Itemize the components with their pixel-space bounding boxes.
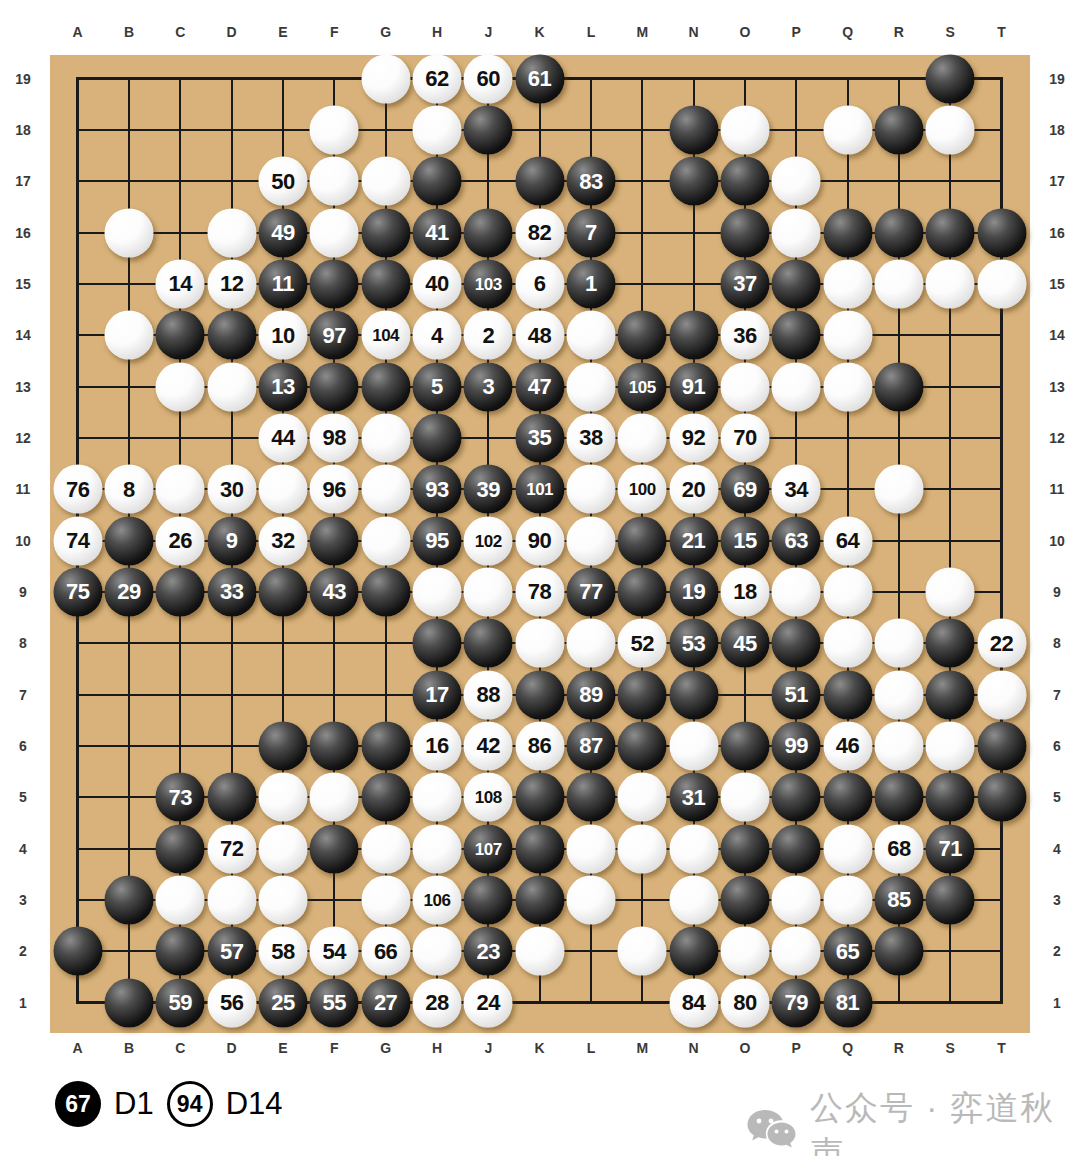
intersection-O12: 70 [719,412,770,463]
intersection-D3 [206,874,257,925]
stone-black-57: 57 [207,927,256,976]
intersection-L18 [565,104,616,155]
intersection-F2: 54 [309,926,360,977]
col-label-E: E [257,24,308,40]
intersection-F19 [309,53,360,104]
intersection-A18 [52,104,103,155]
intersection-B4 [103,823,154,874]
intersection-K6: 86 [514,720,565,771]
intersection-E19 [257,53,308,104]
intersection-J2: 23 [463,926,514,977]
stone-white-106: 106 [412,875,461,924]
intersection-T14 [976,310,1027,361]
stone-black-45: 45 [720,619,769,668]
stone-white [361,413,410,462]
intersection-O4 [719,823,770,874]
intersection-B3 [103,874,154,925]
intersection-R8 [873,618,924,669]
intersection-K10: 90 [514,515,565,566]
intersection-H5 [411,772,462,823]
stone-black-85: 85 [874,875,923,924]
stone-white [669,721,718,770]
intersection-R19 [873,53,924,104]
stone-black-83: 83 [566,157,615,206]
intersection-M14 [617,310,668,361]
stone-black-23: 23 [464,927,513,976]
stone-black [720,721,769,770]
stone-white [874,670,923,719]
intersection-L15: 1 [565,258,616,309]
stone-white-88: 88 [464,670,513,719]
intersection-N9: 19 [668,566,719,617]
intersection-O7 [719,669,770,720]
row-label-14: 14 [1042,310,1072,361]
stone-white [772,875,821,924]
intersection-R1 [873,977,924,1028]
intersection-Q14 [822,310,873,361]
intersection-F9: 43 [309,566,360,617]
stone-black [156,927,205,976]
intersection-N12: 92 [668,412,719,463]
intersection-D8 [206,618,257,669]
stone-black [926,773,975,822]
col-label-E: E [257,1040,308,1056]
intersection-P17 [771,156,822,207]
intersection-Q12 [822,412,873,463]
col-label-N: N [668,24,719,40]
intersection-E6 [257,720,308,771]
col-label-A: A [52,1040,103,1056]
intersection-J18 [463,104,514,155]
intersection-L13 [565,361,616,412]
stone-white [515,619,564,668]
intersection-G6 [360,720,411,771]
intersection-Q7 [822,669,873,720]
intersection-T12 [976,412,1027,463]
intersection-P18 [771,104,822,155]
stone-black [926,619,975,668]
stone-white [669,824,718,873]
intersection-C18 [155,104,206,155]
col-label-Q: Q [822,24,873,40]
intersection-O1: 80 [719,977,770,1028]
stone-black-11: 11 [258,259,307,308]
stone-black [874,362,923,411]
intersection-Q16 [822,207,873,258]
intersection-S15 [925,258,976,309]
stone-black-25: 25 [258,978,307,1027]
intersection-E5 [257,772,308,823]
col-label-S: S [925,24,976,40]
intersection-G18 [360,104,411,155]
intersection-Q15 [822,258,873,309]
stone-black [361,567,410,616]
intersection-J13: 3 [463,361,514,412]
intersection-B13 [103,361,154,412]
col-label-D: D [206,24,257,40]
intersection-D5 [206,772,257,823]
stone-black-13: 13 [258,362,307,411]
row-label-10: 10 [1042,515,1072,566]
stone-black [258,721,307,770]
intersection-H16: 41 [411,207,462,258]
stone-white-6: 6 [515,259,564,308]
stone-black-61: 61 [515,54,564,103]
intersection-K8 [514,618,565,669]
stone-black-35: 35 [515,413,564,462]
stone-white [823,259,872,308]
intersection-M19 [617,53,668,104]
col-label-P: P [771,24,822,40]
stone-white-22: 22 [977,619,1026,668]
row-label-17: 17 [8,156,38,207]
stone-white [720,773,769,822]
intersection-R2 [873,926,924,977]
stone-white-66: 66 [361,927,410,976]
col-label-M: M [617,24,668,40]
stone-black-51: 51 [772,670,821,719]
stone-white [874,721,923,770]
intersection-D14 [206,310,257,361]
stone-white [618,773,667,822]
intersection-D6 [206,720,257,771]
intersection-O18 [719,104,770,155]
stone-white [361,54,410,103]
intersection-F6 [309,720,360,771]
intersection-Q5 [822,772,873,823]
intersection-O16 [719,207,770,258]
stone-white [669,875,718,924]
intersection-H3: 106 [411,874,462,925]
intersection-M13: 105 [617,361,668,412]
stone-black-19: 19 [669,567,718,616]
intersection-E12: 44 [257,412,308,463]
intersection-S14 [925,310,976,361]
intersection-K5 [514,772,565,823]
col-label-H: H [411,24,462,40]
stone-black-101: 101 [515,465,564,514]
stone-white-34: 34 [772,465,821,514]
stone-white [926,105,975,154]
go-board-grid: 6260615083494182714121140103613710971044… [52,53,1027,1028]
stone-white-64: 64 [823,516,872,565]
stone-black-49: 49 [258,208,307,257]
stone-white [566,516,615,565]
stone-black [772,619,821,668]
stone-black [207,773,256,822]
intersection-L5 [565,772,616,823]
intersection-P11: 34 [771,464,822,515]
intersection-Q19 [822,53,873,104]
stone-black-21: 21 [669,516,718,565]
intersection-O6 [719,720,770,771]
stone-black-69: 69 [720,465,769,514]
intersection-D7 [206,669,257,720]
intersection-S12 [925,412,976,463]
intersection-F8 [309,618,360,669]
stone-black-27: 27 [361,978,410,1027]
intersection-H2 [411,926,462,977]
stone-white [104,208,153,257]
intersection-H6: 16 [411,720,462,771]
intersection-M17 [617,156,668,207]
intersection-K3 [514,874,565,925]
stone-black-63: 63 [772,516,821,565]
stone-black [412,157,461,206]
intersection-P19 [771,53,822,104]
stone-white-24: 24 [464,978,513,1027]
col-label-M: M [617,1040,668,1056]
stone-black [874,773,923,822]
col-label-C: C [155,1040,206,1056]
intersection-B2 [103,926,154,977]
stone-white [772,567,821,616]
stone-black-15: 15 [720,516,769,565]
stone-white [772,362,821,411]
intersection-B7 [103,669,154,720]
stone-black [361,259,410,308]
stone-white [720,362,769,411]
stone-black [720,157,769,206]
intersection-L14 [565,310,616,361]
intersection-R9 [873,566,924,617]
intersection-T13 [976,361,1027,412]
intersection-B16 [103,207,154,258]
col-label-H: H [411,1040,462,1056]
intersection-E10: 32 [257,515,308,566]
intersection-F5 [309,772,360,823]
intersection-G10 [360,515,411,566]
intersection-C6 [155,720,206,771]
intersection-N14 [668,310,719,361]
intersection-L8 [565,618,616,669]
col-label-C: C [155,24,206,40]
intersection-O15: 37 [719,258,770,309]
intersection-E16: 49 [257,207,308,258]
row-labels-right: 19181716151413121110987654321 [1042,53,1072,1028]
intersection-J14: 2 [463,310,514,361]
intersection-Q11 [822,464,873,515]
stone-white-108: 108 [464,773,513,822]
row-label-2: 2 [1042,926,1072,977]
intersection-C8 [155,618,206,669]
stone-white [156,875,205,924]
col-label-G: G [360,1040,411,1056]
stone-white [720,105,769,154]
intersection-A13 [52,361,103,412]
stone-white [823,311,872,360]
intersection-C7 [155,669,206,720]
row-label-11: 11 [8,464,38,515]
intersection-R5 [873,772,924,823]
intersection-O8: 45 [719,618,770,669]
watermark: 公众号 · 弈道秋声 [746,1086,1080,1156]
stone-white [207,362,256,411]
intersection-G1: 27 [360,977,411,1028]
stone-white [977,670,1026,719]
stone-black [361,721,410,770]
row-label-8: 8 [1042,618,1072,669]
intersection-M8: 52 [617,618,668,669]
intersection-B6 [103,720,154,771]
stone-black-47: 47 [515,362,564,411]
intersection-H13: 5 [411,361,462,412]
intersection-Q8 [822,618,873,669]
intersection-J12 [463,412,514,463]
intersection-B5 [103,772,154,823]
col-label-O: O [719,1040,770,1056]
col-label-T: T [976,1040,1027,1056]
stone-white-56: 56 [207,978,256,1027]
intersection-S2 [925,926,976,977]
stone-black-77: 77 [566,567,615,616]
stone-black [977,773,1026,822]
intersection-C14 [155,310,206,361]
intersection-B15 [103,258,154,309]
stone-black [156,824,205,873]
intersection-H18 [411,104,462,155]
caption: 67 D1 94 D14 [55,1081,283,1127]
intersection-G16 [360,207,411,258]
row-label-1: 1 [8,977,38,1028]
intersection-A5 [52,772,103,823]
intersection-C2 [155,926,206,977]
stone-black [310,362,359,411]
stone-white [412,105,461,154]
stone-black-37: 37 [720,259,769,308]
intersection-J4: 107 [463,823,514,874]
intersection-L17: 83 [565,156,616,207]
intersection-J19: 60 [463,53,514,104]
intersection-E1: 25 [257,977,308,1028]
stone-white [823,362,872,411]
intersection-C17 [155,156,206,207]
stone-black [874,105,923,154]
stone-white [720,927,769,976]
stone-black-71: 71 [926,824,975,873]
stone-white [823,875,872,924]
stone-white-16: 16 [412,721,461,770]
stone-white-96: 96 [310,465,359,514]
intersection-J8 [463,618,514,669]
row-label-5: 5 [8,772,38,823]
intersection-Q3 [822,874,873,925]
intersection-E4 [257,823,308,874]
intersection-P9 [771,566,822,617]
stone-white [618,927,667,976]
intersection-M10 [617,515,668,566]
stone-white-74: 74 [53,516,102,565]
intersection-K7 [514,669,565,720]
row-label-19: 19 [1042,53,1072,104]
stone-black-59: 59 [156,978,205,1027]
intersection-K4 [514,823,565,874]
stone-white-10: 10 [258,311,307,360]
intersection-R11 [873,464,924,515]
intersection-K19: 61 [514,53,565,104]
intersection-A9: 75 [52,566,103,617]
stone-black [874,208,923,257]
stone-white-68: 68 [874,824,923,873]
stone-black [772,311,821,360]
intersection-O9: 18 [719,566,770,617]
intersection-N10: 21 [668,515,719,566]
intersection-G8 [360,618,411,669]
intersection-H14: 4 [411,310,462,361]
intersection-F12: 98 [309,412,360,463]
stone-white [823,824,872,873]
intersection-P6: 99 [771,720,822,771]
row-labels-left: 19181716151413121110987654321 [8,53,38,1028]
caption-black-stone: 67 [55,1081,101,1127]
stone-black [104,516,153,565]
stone-white [566,311,615,360]
stone-black [258,567,307,616]
stone-white-44: 44 [258,413,307,462]
stone-black [156,567,205,616]
intersection-P5 [771,772,822,823]
row-label-16: 16 [8,207,38,258]
intersection-K2 [514,926,565,977]
col-label-F: F [309,24,360,40]
row-label-16: 16 [1042,207,1072,258]
intersection-S17 [925,156,976,207]
intersection-R16 [873,207,924,258]
stone-black-17: 17 [412,670,461,719]
stone-white [823,619,872,668]
intersection-B19 [103,53,154,104]
intersection-C13 [155,361,206,412]
intersection-S19 [925,53,976,104]
col-label-L: L [565,1040,616,1056]
intersection-A11: 76 [52,464,103,515]
intersection-G5 [360,772,411,823]
stone-black [412,619,461,668]
intersection-D1: 56 [206,977,257,1028]
intersection-G7 [360,669,411,720]
intersection-S16 [925,207,976,258]
intersection-N4 [668,823,719,874]
intersection-E15: 11 [257,258,308,309]
intersection-C11 [155,464,206,515]
caption-white-stone-point: D14 [226,1086,283,1122]
intersection-C10: 26 [155,515,206,566]
intersection-D19 [206,53,257,104]
stone-black [977,721,1026,770]
intersection-K17 [514,156,565,207]
intersection-E3 [257,874,308,925]
stone-white-60: 60 [464,54,513,103]
stone-black-75: 75 [53,567,102,616]
stone-black [310,259,359,308]
stone-white [926,259,975,308]
stone-white [874,259,923,308]
row-label-9: 9 [8,566,38,617]
stone-white-26: 26 [156,516,205,565]
intersection-A7 [52,669,103,720]
intersection-S1 [925,977,976,1028]
intersection-P1: 79 [771,977,822,1028]
intersection-G13 [360,361,411,412]
stone-black [772,773,821,822]
stone-white-18: 18 [720,567,769,616]
intersection-B14 [103,310,154,361]
stone-black [618,311,667,360]
intersection-N16 [668,207,719,258]
intersection-F7 [309,669,360,720]
row-label-7: 7 [1042,669,1072,720]
intersection-S7 [925,669,976,720]
